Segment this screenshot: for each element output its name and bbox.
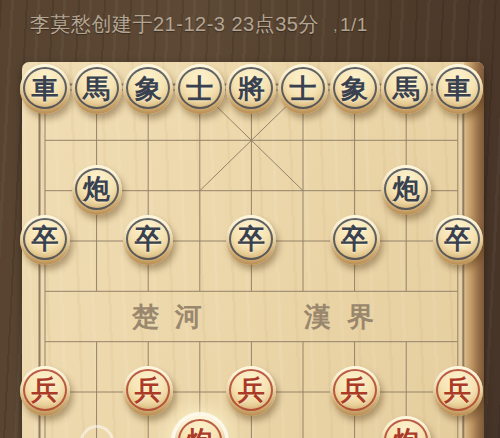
river-label-chu-he: 楚河 [102, 299, 232, 335]
piece-red-soldier[interactable]: 兵 [123, 366, 173, 416]
piece-glyph: 卒 [341, 225, 368, 252]
piece-glyph: 炮 [393, 175, 420, 202]
piece-glyph: 士 [186, 75, 213, 102]
piece-black-advisor[interactable]: 士 [278, 64, 328, 114]
header-separator: , [333, 17, 338, 35]
piece-glyph: 卒 [32, 225, 59, 252]
piece-black-elephant[interactable]: 象 [330, 64, 380, 114]
piece-glyph: 卒 [444, 225, 471, 252]
piece-black-soldier[interactable]: 卒 [20, 215, 70, 265]
piece-glyph: 兵 [238, 376, 265, 403]
header: 李莫愁创建于21-12-3 23点35分 , 1/1 [30, 11, 490, 38]
piece-glyph: 象 [135, 75, 162, 102]
piece-black-soldier[interactable]: 卒 [330, 215, 380, 265]
piece-glyph: 兵 [135, 376, 162, 403]
piece-black-advisor[interactable]: 士 [175, 64, 225, 114]
piece-black-elephant[interactable]: 象 [123, 64, 173, 114]
piece-black-soldier[interactable]: 卒 [433, 215, 483, 265]
piece-glyph: 車 [32, 75, 59, 102]
piece-black-soldier[interactable]: 卒 [123, 215, 173, 265]
xiangqi-board[interactable]: 楚河 漢界 車馬象士將士象馬車炮炮卒卒卒卒卒兵兵兵兵兵炮炮 [22, 62, 484, 438]
game-title-text: 李莫愁创建于21-12-3 23点35分 [30, 11, 319, 38]
piece-red-soldier[interactable]: 兵 [20, 366, 70, 416]
piece-black-cannon[interactable]: 炮 [72, 165, 122, 215]
piece-glyph: 馬 [393, 75, 420, 102]
piece-glyph: 士 [290, 75, 317, 102]
piece-glyph: 兵 [444, 376, 471, 403]
piece-glyph: 炮 [393, 427, 420, 438]
app-screen: 李莫愁创建于21-12-3 23点35分 , 1/1 [0, 0, 500, 438]
river-label-han-jie: 漢界 [274, 299, 404, 335]
piece-glyph: 炮 [186, 427, 213, 438]
piece-glyph: 兵 [32, 376, 59, 403]
piece-glyph: 兵 [341, 376, 368, 403]
piece-red-soldier[interactable]: 兵 [330, 366, 380, 416]
piece-glyph: 將 [238, 75, 265, 102]
piece-glyph: 車 [444, 75, 471, 102]
piece-black-chariot[interactable]: 車 [433, 64, 483, 114]
piece-glyph: 象 [341, 75, 368, 102]
move-page-indicator: 1/1 [340, 14, 368, 36]
piece-black-horse[interactable]: 馬 [381, 64, 431, 114]
piece-glyph: 炮 [83, 175, 110, 202]
piece-red-cannon[interactable]: 兵 [433, 366, 483, 416]
piece-glyph: 卒 [135, 225, 162, 252]
piece-glyph: 卒 [238, 225, 265, 252]
piece-black-cannon[interactable]: 炮 [381, 165, 431, 215]
piece-glyph: 馬 [83, 75, 110, 102]
piece-black-horse[interactable]: 馬 [72, 64, 122, 114]
piece-black-chariot[interactable]: 車 [20, 64, 70, 114]
